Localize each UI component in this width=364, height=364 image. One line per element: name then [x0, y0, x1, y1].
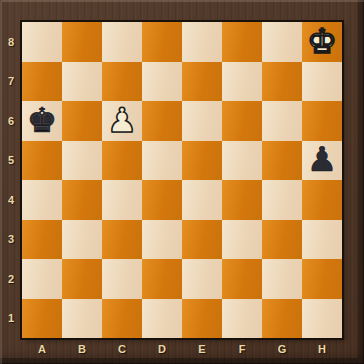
square-h5[interactable]: ♟: [302, 141, 342, 181]
square-c5[interactable]: [102, 141, 142, 181]
square-h2[interactable]: [302, 259, 342, 299]
square-h1[interactable]: [302, 299, 342, 339]
rank-label-4: 4: [0, 180, 22, 220]
square-e2[interactable]: [182, 259, 222, 299]
square-f7[interactable]: [222, 62, 262, 102]
square-g6[interactable]: [262, 101, 302, 141]
file-label-e: E: [182, 338, 222, 360]
white-king[interactable]: ♚: [307, 24, 337, 58]
square-f1[interactable]: [222, 299, 262, 339]
square-g1[interactable]: [262, 299, 302, 339]
file-label-d: D: [142, 338, 182, 360]
file-label-a: A: [22, 338, 62, 360]
square-d1[interactable]: [142, 299, 182, 339]
square-e4[interactable]: [182, 180, 222, 220]
file-label-c: C: [102, 338, 142, 360]
square-a2[interactable]: [22, 259, 62, 299]
square-e7[interactable]: [182, 62, 222, 102]
square-d8[interactable]: [142, 22, 182, 62]
square-e8[interactable]: [182, 22, 222, 62]
square-d2[interactable]: [142, 259, 182, 299]
square-b8[interactable]: [62, 22, 102, 62]
square-b1[interactable]: [62, 299, 102, 339]
rank-label-1: 1: [0, 299, 22, 339]
square-d6[interactable]: [142, 101, 182, 141]
file-label-f: F: [222, 338, 262, 360]
square-b5[interactable]: [62, 141, 102, 181]
rank-label-2: 2: [0, 259, 22, 299]
square-a3[interactable]: [22, 220, 62, 260]
rank-label-7: 7: [0, 62, 22, 102]
rank-label-5: 5: [0, 141, 22, 181]
file-label-h: H: [302, 338, 342, 360]
chess-diagram: 87654321 ABCDEFGH ♚♚♟♟: [0, 0, 364, 364]
square-f4[interactable]: [222, 180, 262, 220]
square-a7[interactable]: [22, 62, 62, 102]
file-label-g: G: [262, 338, 302, 360]
square-c8[interactable]: [102, 22, 142, 62]
square-c7[interactable]: [102, 62, 142, 102]
file-label-b: B: [62, 338, 102, 360]
square-b6[interactable]: [62, 101, 102, 141]
square-d7[interactable]: [142, 62, 182, 102]
black-king[interactable]: ♚: [27, 103, 57, 137]
square-a8[interactable]: [22, 22, 62, 62]
square-e6[interactable]: [182, 101, 222, 141]
square-a4[interactable]: [22, 180, 62, 220]
square-a6[interactable]: ♚: [22, 101, 62, 141]
square-f6[interactable]: [222, 101, 262, 141]
square-g5[interactable]: [262, 141, 302, 181]
chess-board[interactable]: ♚♚♟♟: [22, 22, 342, 338]
square-b4[interactable]: [62, 180, 102, 220]
square-e1[interactable]: [182, 299, 222, 339]
square-h6[interactable]: [302, 101, 342, 141]
square-c6[interactable]: ♟: [102, 101, 142, 141]
square-g4[interactable]: [262, 180, 302, 220]
square-c2[interactable]: [102, 259, 142, 299]
square-f8[interactable]: [222, 22, 262, 62]
square-g2[interactable]: [262, 259, 302, 299]
square-d4[interactable]: [142, 180, 182, 220]
rank-label-6: 6: [0, 101, 22, 141]
rank-label-8: 8: [0, 22, 22, 62]
square-c3[interactable]: [102, 220, 142, 260]
square-b3[interactable]: [62, 220, 102, 260]
square-a1[interactable]: [22, 299, 62, 339]
square-b7[interactable]: [62, 62, 102, 102]
rank-label-3: 3: [0, 220, 22, 260]
square-c4[interactable]: [102, 180, 142, 220]
black-pawn[interactable]: ♟: [307, 142, 337, 176]
square-f3[interactable]: [222, 220, 262, 260]
square-c1[interactable]: [102, 299, 142, 339]
square-h3[interactable]: [302, 220, 342, 260]
square-e5[interactable]: [182, 141, 222, 181]
square-h7[interactable]: [302, 62, 342, 102]
square-h8[interactable]: ♚: [302, 22, 342, 62]
white-pawn[interactable]: ♟: [107, 103, 137, 137]
square-b2[interactable]: [62, 259, 102, 299]
square-a5[interactable]: [22, 141, 62, 181]
square-g7[interactable]: [262, 62, 302, 102]
square-g3[interactable]: [262, 220, 302, 260]
square-d3[interactable]: [142, 220, 182, 260]
square-f2[interactable]: [222, 259, 262, 299]
square-d5[interactable]: [142, 141, 182, 181]
square-h4[interactable]: [302, 180, 342, 220]
square-g8[interactable]: [262, 22, 302, 62]
square-e3[interactable]: [182, 220, 222, 260]
square-f5[interactable]: [222, 141, 262, 181]
